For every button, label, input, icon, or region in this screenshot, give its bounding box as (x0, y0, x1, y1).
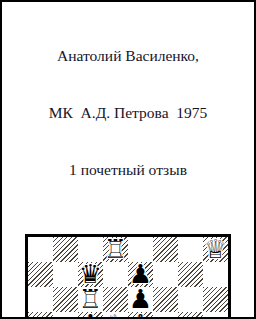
square-h6 (203, 287, 228, 312)
square-h8: ♛♕ (203, 237, 228, 262)
square-f5 (153, 312, 178, 319)
square-h7 (203, 262, 228, 287)
problem-header: Анатолий Василенко, МК А.Д. Петрова 1975… (2, 2, 254, 217)
square-a6 (28, 287, 53, 312)
black-pawn-c5: ♟ (78, 312, 103, 319)
square-c5: ♟ (78, 312, 103, 319)
square-a8 (28, 237, 53, 262)
square-f6 (153, 287, 178, 312)
square-b5 (53, 312, 78, 319)
square-b6 (53, 287, 78, 312)
white-knight-d5: ♞♘ (103, 312, 128, 319)
award-line: 1 почетный отзыв (2, 160, 254, 179)
square-f8 (153, 237, 178, 262)
chess-problem-card: Анатолий Василенко, МК А.Д. Петрова 1975… (0, 0, 256, 319)
tournament-line: МК А.Д. Петрова 1975 (2, 103, 254, 122)
square-e5: ♟♙ (128, 312, 153, 319)
square-d5: ♞♘ (103, 312, 128, 319)
square-d7 (103, 262, 128, 287)
white-pawn-e5: ♟♙ (128, 312, 153, 319)
square-b8 (53, 237, 78, 262)
square-g8 (178, 237, 203, 262)
square-h5 (203, 312, 228, 319)
chess-board: ♜♖♛♕♛♟♜♖♟♟♞♘♟♙♟♚♝♗♚♔♝♗♟♟♟♙♟♜♟♙♝ (25, 234, 231, 319)
square-a7 (28, 262, 53, 287)
square-f7 (153, 262, 178, 287)
square-a5 (28, 312, 53, 319)
white-queen-h8: ♛♕ (203, 237, 228, 262)
white-rook-d8: ♜♖ (103, 237, 128, 262)
square-d8: ♜♖ (103, 237, 128, 262)
square-g7 (178, 262, 203, 287)
square-b7 (53, 262, 78, 287)
composer-name: Анатолий Василенко, (2, 46, 254, 65)
square-g5 (178, 312, 203, 319)
square-g6 (178, 287, 203, 312)
